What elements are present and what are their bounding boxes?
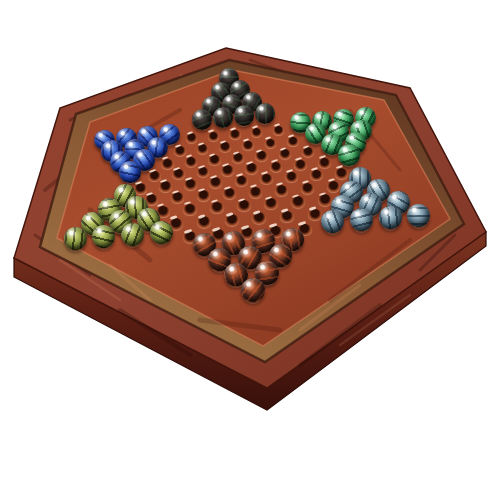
- board-hole[interactable]: [260, 174, 273, 185]
- olive-green-marble[interactable]: [121, 223, 144, 246]
- slate-blue-marble[interactable]: [407, 204, 430, 227]
- product-photo: [0, 0, 500, 500]
- board-hole[interactable]: [310, 170, 323, 181]
- board-hole[interactable]: [252, 212, 266, 224]
- board-hole[interactable]: [280, 211, 294, 223]
- board-hole[interactable]: [318, 194, 332, 205]
- board-hole[interactable]: [302, 147, 314, 157]
- board-hole[interactable]: [219, 142, 231, 152]
- board-hole[interactable]: [308, 209, 322, 221]
- board-hole[interactable]: [291, 196, 305, 207]
- board-hole[interactable]: [197, 167, 210, 177]
- board-hole[interactable]: [249, 187, 262, 198]
- board-hole[interactable]: [208, 132, 219, 141]
- board-hole[interactable]: [242, 141, 254, 151]
- green-malachite-marble[interactable]: [338, 144, 360, 166]
- slate-blue-marble[interactable]: [350, 208, 373, 231]
- board-hole[interactable]: [209, 177, 222, 188]
- board-hole[interactable]: [197, 216, 211, 228]
- board-hole[interactable]: [232, 153, 244, 163]
- board-hole[interactable]: [273, 126, 284, 135]
- board-hole[interactable]: [210, 202, 224, 213]
- board-hole[interactable]: [174, 146, 186, 156]
- board-hole[interactable]: [265, 139, 277, 149]
- board-hole[interactable]: [275, 185, 288, 196]
- board-hole[interactable]: [197, 190, 210, 201]
- board-hole[interactable]: [264, 198, 278, 209]
- board-hole[interactable]: [255, 151, 267, 161]
- board-hole[interactable]: [183, 204, 197, 215]
- board-hole[interactable]: [186, 133, 197, 142]
- board-hole[interactable]: [235, 176, 248, 187]
- black-marble[interactable]: [234, 105, 255, 126]
- black-marble[interactable]: [255, 103, 276, 124]
- board-hole[interactable]: [148, 171, 161, 181]
- board-hole[interactable]: [172, 169, 185, 179]
- olive-green-marble[interactable]: [92, 225, 115, 248]
- board-hole[interactable]: [159, 181, 172, 192]
- board-hole[interactable]: [294, 160, 307, 170]
- board-hole[interactable]: [301, 183, 314, 194]
- board-hole[interactable]: [229, 130, 240, 139]
- black-marble[interactable]: [192, 109, 213, 130]
- board-hole[interactable]: [251, 128, 262, 137]
- board-hole[interactable]: [327, 181, 340, 192]
- board-hole[interactable]: [161, 159, 173, 169]
- board-hole[interactable]: [221, 165, 234, 175]
- board-hole[interactable]: [225, 214, 239, 226]
- board-hole[interactable]: [208, 155, 220, 165]
- board-hole[interactable]: [285, 172, 298, 183]
- board-hole[interactable]: [270, 162, 283, 172]
- board-hole[interactable]: [245, 163, 258, 173]
- board-hole[interactable]: [184, 179, 197, 190]
- board-hole[interactable]: [185, 157, 197, 167]
- board-hole[interactable]: [318, 158, 331, 168]
- board-hole[interactable]: [223, 188, 236, 199]
- board-hole[interactable]: [171, 192, 184, 203]
- cobalt-blue-marble[interactable]: [119, 161, 141, 183]
- board-hole[interactable]: [335, 168, 348, 179]
- olive-green-marble[interactable]: [150, 221, 173, 244]
- slate-blue-marble[interactable]: [321, 210, 344, 233]
- board-hole[interactable]: [279, 149, 291, 159]
- olive-green-marble[interactable]: [64, 227, 87, 250]
- board-holes-grid: [0, 0, 500, 500]
- board-hole[interactable]: [197, 144, 209, 154]
- board-hole[interactable]: [287, 137, 299, 147]
- black-marble[interactable]: [213, 107, 234, 128]
- slate-blue-marble[interactable]: [379, 206, 402, 229]
- board-hole[interactable]: [237, 200, 251, 211]
- red-black-marble[interactable]: [241, 278, 265, 302]
